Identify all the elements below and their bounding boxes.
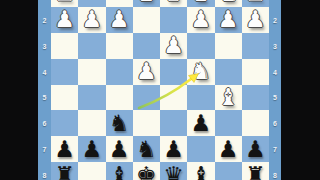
square-g6[interactable] (78, 110, 105, 136)
rank-label-2-right: 2 (269, 16, 281, 23)
piece-bQ-d8: ♛ (163, 164, 184, 180)
rank-label-2-left: 2 (38, 16, 51, 23)
piece-bP-b7: ♟ (218, 138, 239, 161)
piece-bR-a8: ♜ (245, 164, 266, 180)
piece-wP-a2: ♟ (245, 8, 266, 31)
square-e6[interactable] (133, 110, 160, 136)
square-d1[interactable]: ♛ (160, 0, 187, 7)
square-c4[interactable]: ♞ (187, 59, 214, 85)
piece-bR-h8: ♜ (54, 164, 75, 180)
square-e7[interactable]: ♞ (133, 136, 160, 162)
square-a1[interactable]: ♜ (242, 0, 269, 7)
square-g8[interactable] (78, 162, 105, 180)
rank-labels-left: 12345678 (38, 0, 51, 180)
square-c5[interactable] (187, 85, 214, 111)
piece-wK-e1: ♚ (136, 0, 157, 5)
square-f1[interactable] (106, 0, 133, 7)
rank-label-4-left: 4 (38, 68, 51, 75)
rank-label-5-right: 5 (269, 94, 281, 101)
square-e8[interactable]: ♚ (133, 162, 160, 180)
square-h1[interactable]: ♜ (51, 0, 78, 7)
square-f8[interactable]: ♝ (106, 162, 133, 180)
piece-wQ-d1: ♛ (163, 0, 184, 5)
rank-label-3-left: 3 (38, 42, 51, 49)
piece-bP-f7: ♟ (109, 138, 130, 161)
square-f3[interactable] (106, 33, 133, 59)
piece-wR-h1: ♜ (54, 0, 75, 5)
piece-wN-c4: ♞ (191, 60, 212, 83)
piece-wP-f2: ♟ (109, 8, 130, 31)
square-c6[interactable]: ♟ (187, 110, 214, 136)
square-h3[interactable] (51, 33, 78, 59)
piece-wP-h2: ♟ (54, 8, 75, 31)
square-a7[interactable]: ♟ (242, 136, 269, 162)
piece-bB-c8: ♝ (191, 164, 212, 180)
square-a5[interactable] (242, 85, 269, 111)
square-a8[interactable]: ♜ (242, 162, 269, 180)
rank-label-3-right: 3 (269, 42, 281, 49)
square-c8[interactable]: ♝ (187, 162, 214, 180)
square-e4[interactable]: ♟ (133, 59, 160, 85)
square-d7[interactable]: ♟ (160, 136, 187, 162)
rank-labels-right: 12345678 (269, 0, 281, 180)
rank-label-5-left: 5 (38, 94, 51, 101)
square-g3[interactable] (78, 33, 105, 59)
piece-wN-b1: ♞ (218, 0, 239, 5)
square-h4[interactable] (51, 59, 78, 85)
square-a6[interactable] (242, 110, 269, 136)
square-b3[interactable] (215, 33, 242, 59)
square-c3[interactable] (187, 33, 214, 59)
rank-label-6-left: 6 (38, 120, 51, 127)
square-h2[interactable]: ♟ (51, 7, 78, 33)
piece-bB-f8: ♝ (109, 164, 130, 180)
square-e5[interactable] (133, 85, 160, 111)
piece-wB-c1: ♝ (191, 0, 212, 5)
piece-wP-b2: ♟ (218, 8, 239, 31)
square-b8[interactable] (215, 162, 242, 180)
square-d6[interactable] (160, 110, 187, 136)
square-a3[interactable] (242, 33, 269, 59)
piece-bN-e7: ♞ (136, 138, 157, 161)
square-b4[interactable] (215, 59, 242, 85)
square-d4[interactable] (160, 59, 187, 85)
square-g4[interactable] (78, 59, 105, 85)
square-b7[interactable]: ♟ (215, 136, 242, 162)
square-h6[interactable] (51, 110, 78, 136)
rank-label-6-right: 6 (269, 120, 281, 127)
square-b5[interactable]: ♝ (215, 85, 242, 111)
piece-wP-c2: ♟ (191, 8, 212, 31)
square-e3[interactable] (133, 33, 160, 59)
square-h7[interactable]: ♟ (51, 136, 78, 162)
square-c7[interactable] (187, 136, 214, 162)
chess-board: ♜♚♛♝♞♜♟♟♟♟♟♟♟♟♞♝♞♟♟♟♟♞♟♟♟♜♝♚♛♝♜ (51, 0, 269, 180)
piece-bN-f6: ♞ (109, 112, 130, 135)
piece-wB-b5: ♝ (218, 86, 239, 109)
square-h5[interactable] (51, 85, 78, 111)
piece-bP-d7: ♟ (163, 138, 184, 161)
square-a4[interactable] (242, 59, 269, 85)
square-f4[interactable] (106, 59, 133, 85)
square-e1[interactable]: ♚ (133, 0, 160, 7)
square-b6[interactable] (215, 110, 242, 136)
piece-bP-g7: ♟ (82, 138, 103, 161)
piece-wP-d3: ♟ (163, 34, 184, 57)
square-b1[interactable]: ♞ (215, 0, 242, 7)
piece-bK-e8: ♚ (136, 164, 157, 180)
rank-label-7-right: 7 (269, 146, 281, 153)
square-a2[interactable]: ♟ (242, 7, 269, 33)
square-e2[interactable] (133, 7, 160, 33)
square-d2[interactable] (160, 7, 187, 33)
square-d3[interactable]: ♟ (160, 33, 187, 59)
square-f6[interactable]: ♞ (106, 110, 133, 136)
piece-wP-g2: ♟ (82, 8, 103, 31)
rank-label-8-right: 8 (269, 172, 281, 179)
square-c2[interactable]: ♟ (187, 7, 214, 33)
piece-wP-e4: ♟ (136, 60, 157, 83)
rank-label-8-left: 8 (38, 172, 51, 179)
piece-wR-a1: ♜ (245, 0, 266, 5)
piece-bP-h7: ♟ (54, 138, 75, 161)
rank-label-4-right: 4 (269, 68, 281, 75)
square-g2[interactable]: ♟ (78, 7, 105, 33)
square-f2[interactable]: ♟ (106, 7, 133, 33)
rank-label-7-left: 7 (38, 146, 51, 153)
square-d5[interactable] (160, 85, 187, 111)
chess-diagram-thumbnail: 12345678 ♜♚♛♝♞♜♟♟♟♟♟♟♟♟♞♝♞♟♟♟♟♞♟♟♟♜♝♚♛♝♜… (0, 0, 320, 180)
square-f5[interactable] (106, 85, 133, 111)
piece-bP-a7: ♟ (245, 138, 266, 161)
square-h8[interactable]: ♜ (51, 162, 78, 180)
square-g5[interactable] (78, 85, 105, 111)
piece-bP-c6: ♟ (191, 112, 212, 135)
square-d8[interactable]: ♛ (160, 162, 187, 180)
square-g7[interactable]: ♟ (78, 136, 105, 162)
square-c1[interactable]: ♝ (187, 0, 214, 7)
square-f7[interactable]: ♟ (106, 136, 133, 162)
square-g1[interactable] (78, 0, 105, 7)
square-b2[interactable]: ♟ (215, 7, 242, 33)
